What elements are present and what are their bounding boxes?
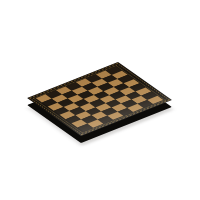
product-photo-background [0, 0, 200, 200]
chess-board [27, 62, 172, 136]
